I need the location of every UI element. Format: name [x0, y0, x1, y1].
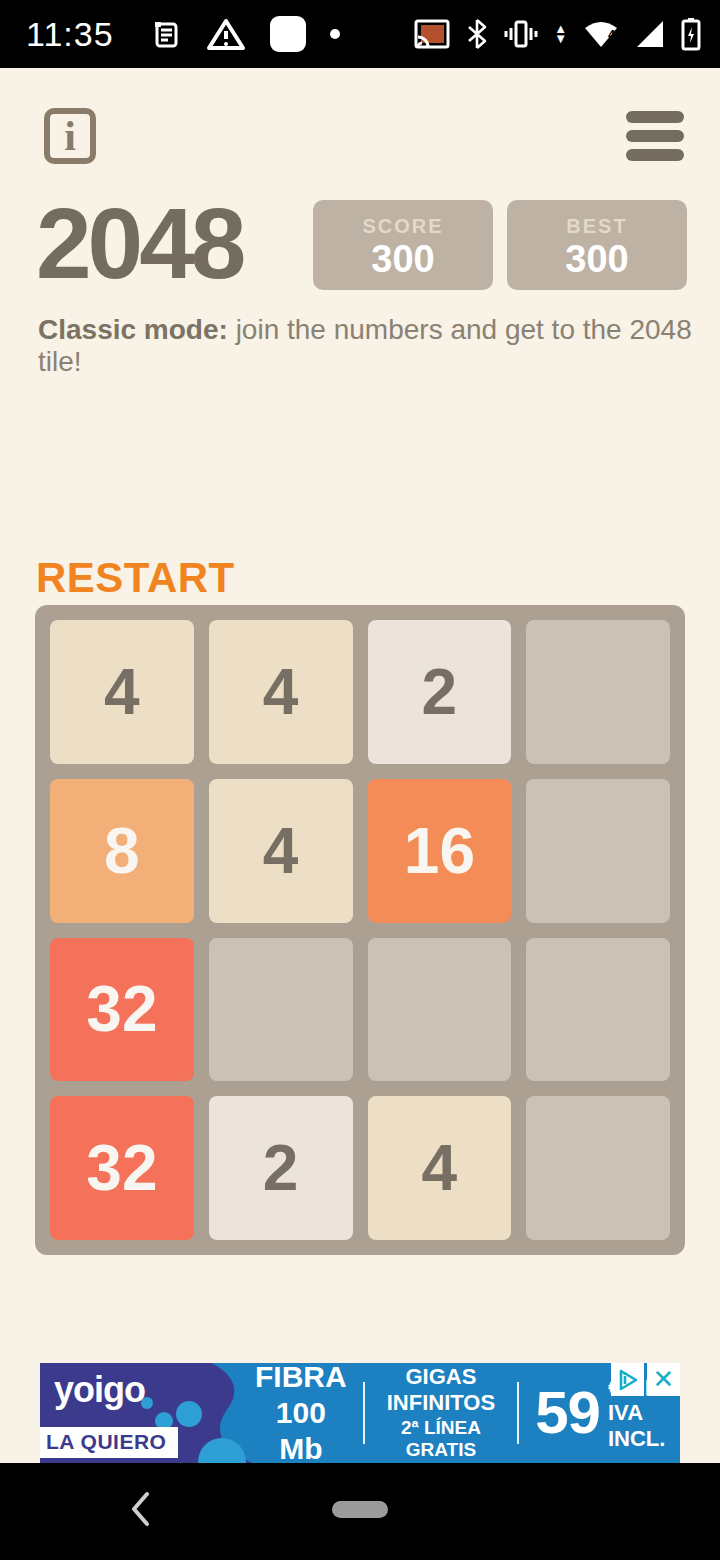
empty-cell	[368, 938, 512, 1082]
ad-close-button[interactable]: ✕	[647, 1363, 680, 1396]
mode-subtitle: Classic mode: join the numbers and get t…	[38, 314, 720, 378]
ad-price-note: IVA INCL.	[608, 1400, 674, 1451]
vibrate-icon	[503, 17, 539, 51]
ad-divider	[517, 1382, 519, 1444]
score-label: SCORE	[313, 215, 493, 238]
tile-32: 32	[50, 1096, 194, 1240]
adchoices-icon	[617, 1369, 639, 1391]
empty-cell	[526, 938, 670, 1082]
tile-8: 8	[50, 779, 194, 923]
home-pill[interactable]	[332, 1501, 388, 1518]
bluetooth-icon	[466, 17, 488, 51]
screenshot-icon	[270, 16, 306, 52]
ad-divider	[363, 1382, 365, 1444]
game-title: 2048	[36, 186, 242, 301]
tile-4: 4	[368, 1096, 512, 1240]
signal-icon	[635, 19, 665, 49]
screen: 11:35	[0, 0, 720, 1560]
overflow-dot-icon	[330, 29, 340, 39]
ad-cta-button[interactable]: LA QUIERO	[40, 1427, 178, 1458]
adchoices-button[interactable]	[611, 1363, 644, 1396]
svg-text:4: 4	[608, 27, 616, 42]
navigation-bar	[0, 1463, 720, 1560]
mode-label: Classic mode:	[38, 314, 228, 345]
empty-cell	[526, 1096, 670, 1240]
restart-button[interactable]: RESTART	[36, 554, 235, 602]
empty-cell	[526, 779, 670, 923]
best-box: BEST 300	[507, 200, 687, 290]
info-button[interactable]: i	[44, 108, 96, 164]
score-box: SCORE 300	[313, 200, 493, 290]
warning-icon	[206, 17, 246, 51]
clock: 11:35	[26, 15, 114, 54]
ad-offer-gigas: GIGAS INFINITOS 2ª LÍNEA GRATIS	[381, 1364, 501, 1462]
ad-banner[interactable]: yoigo LA QUIERO FIBRA 100 Mb GIGAS INFIN…	[40, 1363, 680, 1463]
best-label: BEST	[507, 215, 687, 238]
best-value: 300	[507, 238, 687, 282]
status-bar: 11:35	[0, 0, 720, 68]
notification-pages-icon	[148, 17, 182, 51]
close-icon: ✕	[653, 1364, 675, 1395]
ad-price-number: 59	[535, 1378, 600, 1447]
info-icon: i	[64, 112, 76, 160]
tile-16: 16	[368, 779, 512, 923]
back-button[interactable]	[128, 1489, 154, 1533]
tile-2: 2	[209, 1096, 353, 1240]
back-chevron-icon	[128, 1489, 154, 1529]
hamburger-icon	[626, 111, 684, 123]
wifi-icon: 4	[582, 18, 620, 50]
tile-4: 4	[50, 620, 194, 764]
board-grid[interactable]: 4428416323224	[35, 605, 685, 1255]
ad-offer-fibra: FIBRA 100 Mb	[255, 1363, 347, 1463]
ad-brand-logo: yoigo	[54, 1369, 145, 1411]
ad-brand-panel: yoigo LA QUIERO	[40, 1363, 255, 1463]
tile-32: 32	[50, 938, 194, 1082]
tile-2: 2	[368, 620, 512, 764]
data-arrows-icon: ▲▼	[554, 24, 567, 44]
tile-4: 4	[209, 620, 353, 764]
score-value: 300	[313, 238, 493, 282]
battery-charging-icon	[680, 16, 702, 52]
empty-cell	[209, 938, 353, 1082]
cast-icon	[413, 18, 451, 50]
menu-button[interactable]	[626, 111, 684, 161]
empty-cell	[526, 620, 670, 764]
tile-4: 4	[209, 779, 353, 923]
ad-badges: ✕	[611, 1363, 680, 1396]
